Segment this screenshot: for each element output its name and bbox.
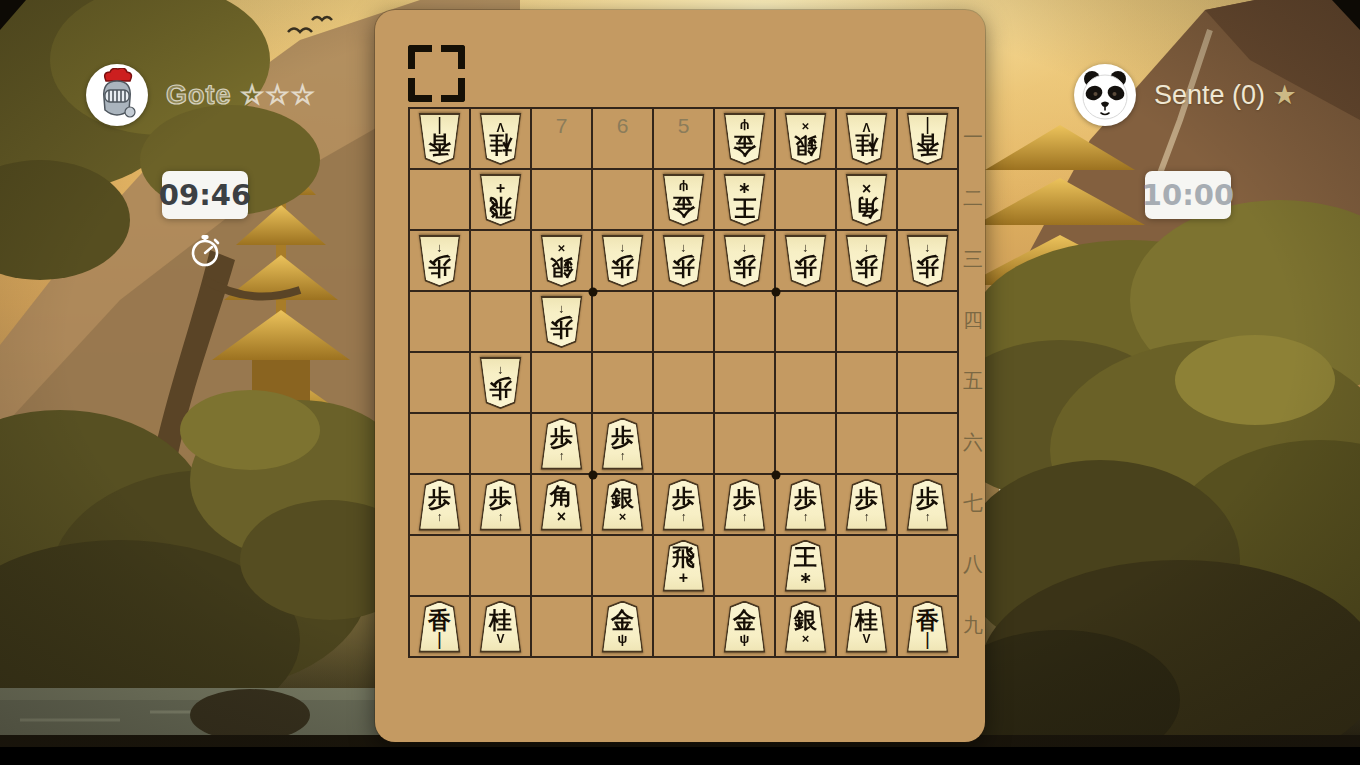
piece-kanji: 歩 (855, 486, 878, 510)
sente-rook-5h[interactable]: 飛+飛+ (660, 540, 707, 592)
square-8g[interactable]: 歩↑歩↑ (471, 475, 532, 536)
square-4c[interactable]: 歩↑歩↑ (715, 231, 776, 292)
piece-kanji: 歩 (550, 425, 573, 449)
piece-move-mark: | (438, 117, 441, 135)
piece-kanji: 歩 (611, 254, 634, 278)
piece-face: 歩↑ (540, 420, 583, 468)
piece-kanji: 金 (611, 608, 634, 632)
square-4e[interactable] (715, 353, 776, 414)
gote-pawn-4c[interactable]: 歩↑歩↑ (721, 235, 768, 287)
sente-king-3h[interactable]: 王∗王∗ (782, 540, 829, 592)
knight-helmet-icon (90, 68, 144, 122)
piece-kanji: 銀 (794, 608, 817, 632)
piece-face: 桂V (845, 603, 888, 651)
piece-move-mark: ↑ (681, 511, 687, 523)
piece-move-mark: ↑ (803, 511, 809, 523)
square-9i[interactable]: 香|香| (410, 597, 471, 658)
gote-player-row: Gote ☆☆☆ (86, 64, 316, 126)
rank-labels: 一二三四五六七八九 (960, 107, 986, 656)
square-9a[interactable]: 香|香| (410, 109, 471, 170)
square-7a[interactable]: 7 (532, 109, 593, 170)
square-9c[interactable]: 歩↑歩↑ (410, 231, 471, 292)
piece-face: 飛+ (662, 542, 705, 590)
piece-move-mark: ↑ (559, 450, 565, 462)
square-9d[interactable] (410, 292, 471, 353)
sente-pawn-9g[interactable]: 歩↑歩↑ (416, 479, 463, 531)
square-4b[interactable]: 王∗王∗ (715, 170, 776, 231)
piece-move-mark: ↑ (925, 242, 931, 254)
square-8b[interactable]: 飛+飛+ (471, 170, 532, 231)
piece-move-mark: V (497, 120, 505, 132)
square-1h[interactable] (898, 536, 959, 597)
piece-face: 歩↑ (723, 481, 766, 529)
square-5b[interactable]: 金ψ金ψ (654, 170, 715, 231)
piece-move-mark: × (558, 242, 566, 255)
square-1a[interactable]: 香|香| (898, 109, 959, 170)
piece-move-mark: × (802, 120, 810, 133)
piece-face: 金ψ (601, 603, 644, 651)
sente-avatar (1074, 64, 1136, 126)
piece-move-mark: ψ (740, 632, 750, 645)
shogi-board: 香|香|桂V桂V765金ψ金ψ銀×銀×桂V桂V香|香|飛+飛+金ψ金ψ王∗王∗角… (408, 107, 959, 658)
piece-move-mark: ∗ (799, 570, 812, 586)
square-9h[interactable] (410, 536, 471, 597)
square-7h[interactable] (532, 536, 593, 597)
gote-silver-7c[interactable]: 銀×銀× (538, 235, 585, 287)
square-5i[interactable] (654, 597, 715, 658)
gote-clock-time: 09:46 (159, 178, 251, 212)
piece-kanji: 銀 (611, 486, 634, 510)
square-5c[interactable]: 歩↑歩↑ (654, 231, 715, 292)
rank-label-4: 四 (960, 290, 986, 351)
piece-move-mark: × (557, 509, 566, 525)
sente-pawn-2g[interactable]: 歩↑歩↑ (843, 479, 890, 531)
sente-player-name: Sente (0) ★ (1154, 79, 1297, 111)
piece-kanji: 歩 (489, 486, 512, 510)
piece-move-mark: ↑ (925, 511, 931, 523)
square-6b[interactable] (593, 170, 654, 231)
fullscreen-icon (441, 45, 465, 69)
piece-kanji: 角 (855, 195, 878, 219)
piece-move-mark: ↑ (437, 511, 443, 523)
piece-kanji: 歩 (916, 254, 939, 278)
sente-clock: 10:00 (1145, 171, 1231, 219)
square-1i[interactable]: 香|香| (898, 597, 959, 658)
piece-kanji: 歩 (794, 486, 817, 510)
gote-pawn-1c[interactable]: 歩↑歩↑ (904, 235, 951, 287)
piece-face: 王∗ (784, 542, 827, 590)
square-5d[interactable] (654, 292, 715, 353)
square-5e[interactable] (654, 353, 715, 414)
piece-move-mark: ↑ (620, 450, 626, 462)
piece-face: 桂V (479, 603, 522, 651)
gote-pawn-2c[interactable]: 歩↑歩↑ (843, 235, 890, 287)
sente-pawn-3g[interactable]: 歩↑歩↑ (782, 479, 829, 531)
square-8h[interactable] (471, 536, 532, 597)
rank-label-3: 三 (960, 229, 986, 290)
sente-player-row: Sente (0) ★ (1074, 64, 1297, 126)
square-9f[interactable] (410, 414, 471, 475)
piece-move-mark: | (438, 630, 441, 648)
rank-label-9: 九 (960, 595, 986, 656)
piece-move-mark: ↑ (437, 242, 443, 254)
square-7g[interactable]: 角×角× (532, 475, 593, 536)
gote-lance-1a[interactable]: 香|香| (904, 113, 951, 165)
square-6i[interactable]: 金ψ金ψ (593, 597, 654, 658)
square-8i[interactable]: 桂V桂V (471, 597, 532, 658)
rank-label-7: 七 (960, 473, 986, 534)
piece-kanji: 歩 (794, 254, 817, 278)
piece-kanji: 歩 (855, 254, 878, 278)
piece-kanji: 桂 (855, 608, 878, 632)
piece-kanji: 王 (794, 545, 817, 569)
gote-pawn-8e[interactable]: 歩↑歩↑ (477, 357, 524, 409)
piece-move-mark: ↑ (803, 242, 809, 254)
piece-kanji: 歩 (611, 425, 634, 449)
square-2a[interactable]: 桂V桂V (837, 109, 898, 170)
piece-move-mark: ↑ (864, 242, 870, 254)
square-1b[interactable] (898, 170, 959, 231)
square-4d[interactable] (715, 292, 776, 353)
file-label-5: 5 (678, 114, 690, 138)
square-8f[interactable] (471, 414, 532, 475)
piece-kanji: 桂 (855, 132, 878, 156)
sente-pawn-6f[interactable]: 歩↑歩↑ (599, 418, 646, 470)
piece-face: 香| (418, 603, 461, 651)
piece-move-mark: ψ (740, 120, 750, 133)
piece-face: 歩↑ (845, 481, 888, 529)
piece-move-mark: ↑ (559, 303, 565, 315)
square-1g[interactable]: 歩↑歩↑ (898, 475, 959, 536)
square-8d[interactable] (471, 292, 532, 353)
sente-gold-6i[interactable]: 金ψ金ψ (599, 601, 646, 653)
square-2e[interactable] (837, 353, 898, 414)
square-1f[interactable] (898, 414, 959, 475)
piece-face: 角× (540, 481, 583, 529)
piece-move-mark: + (496, 179, 505, 195)
star-point (589, 471, 598, 480)
square-5h[interactable]: 飛+飛+ (654, 536, 715, 597)
piece-move-mark: × (619, 510, 627, 523)
piece-kanji: 銀 (550, 255, 573, 279)
gote-pawn-6c[interactable]: 歩↑歩↑ (599, 235, 646, 287)
square-7i[interactable] (532, 597, 593, 658)
square-7d[interactable]: 歩↑歩↑ (532, 292, 593, 353)
gote-gold-5b[interactable]: 金ψ金ψ (660, 174, 707, 226)
piece-face: 歩↑ (906, 481, 949, 529)
bottom-black-bar (0, 747, 1360, 765)
piece-kanji: 金 (672, 194, 695, 218)
gote-rook-8b[interactable]: 飛+飛+ (477, 174, 524, 226)
sente-lance-1i[interactable]: 香|香| (904, 601, 951, 653)
square-1d[interactable] (898, 292, 959, 353)
square-3c[interactable]: 歩↑歩↑ (776, 231, 837, 292)
square-5f[interactable] (654, 414, 715, 475)
piece-face: 歩↑ (662, 481, 705, 529)
rank-label-8: 八 (960, 534, 986, 595)
square-2d[interactable] (837, 292, 898, 353)
square-6h[interactable] (593, 536, 654, 597)
square-6a[interactable]: 6 (593, 109, 654, 170)
piece-move-mark: ∗ (738, 179, 751, 195)
gote-silver-3a[interactable]: 銀×銀× (782, 113, 829, 165)
piece-move-mark: V (863, 120, 871, 132)
piece-kanji: 歩 (733, 486, 756, 510)
gote-pawn-7d[interactable]: 歩↑歩↑ (538, 296, 585, 348)
square-3a[interactable]: 銀×銀× (776, 109, 837, 170)
piece-move-mark: | (926, 117, 929, 135)
square-6g[interactable]: 銀×銀× (593, 475, 654, 536)
sente-pawn-7f[interactable]: 歩↑歩↑ (538, 418, 585, 470)
square-7f[interactable]: 歩↑歩↑ (532, 414, 593, 475)
square-4i[interactable]: 金ψ金ψ (715, 597, 776, 658)
square-2b[interactable]: 角×角× (837, 170, 898, 231)
square-2h[interactable] (837, 536, 898, 597)
square-6f[interactable]: 歩↑歩↑ (593, 414, 654, 475)
piece-move-mark: ↑ (498, 364, 504, 376)
piece-move-mark: ψ (618, 632, 628, 645)
gote-name-text: Gote (166, 80, 232, 110)
piece-kanji: 金 (733, 608, 756, 632)
sente-pawn-1g[interactable]: 歩↑歩↑ (904, 479, 951, 531)
gote-king-4b[interactable]: 王∗王∗ (721, 174, 768, 226)
gote-lance-9a[interactable]: 香|香| (416, 113, 463, 165)
piece-kanji: 歩 (550, 315, 573, 339)
fullscreen-icon (408, 78, 432, 102)
square-8a[interactable]: 桂V桂V (471, 109, 532, 170)
sente-lance-9i[interactable]: 香|香| (416, 601, 463, 653)
square-1c[interactable]: 歩↑歩↑ (898, 231, 959, 292)
turn-stopwatch-icon (187, 232, 223, 268)
gote-pawn-9c[interactable]: 歩↑歩↑ (416, 235, 463, 287)
square-5a[interactable]: 5 (654, 109, 715, 170)
piece-kanji: 飛 (672, 545, 695, 569)
piece-kanji: 銀 (794, 133, 817, 157)
piece-move-mark: ↑ (681, 242, 687, 254)
rank-label-1: 一 (960, 107, 986, 168)
square-9g[interactable]: 歩↑歩↑ (410, 475, 471, 536)
sente-pawn-8g[interactable]: 歩↑歩↑ (477, 479, 524, 531)
piece-kanji: 金 (733, 133, 756, 157)
star-point (589, 288, 598, 297)
sente-silver-6g[interactable]: 銀×銀× (599, 479, 646, 531)
sente-rating-star: ★ (1273, 80, 1297, 110)
piece-move-mark: | (926, 630, 929, 648)
square-1e[interactable] (898, 353, 959, 414)
square-2c[interactable]: 歩↑歩↑ (837, 231, 898, 292)
sente-gold-4i[interactable]: 金ψ金ψ (721, 601, 768, 653)
gote-clock: 09:46 (162, 171, 248, 219)
sente-silver-3i[interactable]: 銀×銀× (782, 601, 829, 653)
piece-kanji: 王 (733, 195, 756, 219)
piece-move-mark: ↑ (620, 242, 626, 254)
square-6e[interactable] (593, 353, 654, 414)
square-4g[interactable]: 歩↑歩↑ (715, 475, 776, 536)
piece-move-mark: × (802, 632, 810, 645)
star-point (772, 288, 781, 297)
square-3h[interactable]: 王∗王∗ (776, 536, 837, 597)
gote-avatar (86, 64, 148, 126)
gote-gold-4a[interactable]: 金ψ金ψ (721, 113, 768, 165)
gote-pawn-3c[interactable]: 歩↑歩↑ (782, 235, 829, 287)
piece-kanji: 桂 (489, 132, 512, 156)
piece-move-mark: ↑ (864, 511, 870, 523)
square-7e[interactable] (532, 353, 593, 414)
piece-kanji: 歩 (428, 486, 451, 510)
square-4f[interactable] (715, 414, 776, 475)
piece-move-mark: + (679, 570, 688, 586)
piece-move-mark: × (862, 179, 871, 195)
piece-kanji: 歩 (916, 486, 939, 510)
sente-pawn-5g[interactable]: 歩↑歩↑ (660, 479, 707, 531)
rank-label-6: 六 (960, 412, 986, 473)
piece-move-mark: V (862, 633, 870, 645)
piece-kanji: 歩 (428, 254, 451, 278)
square-3f[interactable] (776, 414, 837, 475)
square-9e[interactable] (410, 353, 471, 414)
gote-pawn-5c[interactable]: 歩↑歩↑ (660, 235, 707, 287)
square-2f[interactable] (837, 414, 898, 475)
piece-face: 歩↑ (479, 481, 522, 529)
square-7c[interactable]: 銀×銀× (532, 231, 593, 292)
piece-move-mark: ↑ (742, 511, 748, 523)
sente-bishop-7g[interactable]: 角×角× (538, 479, 585, 531)
square-3e[interactable] (776, 353, 837, 414)
square-2i[interactable]: 桂V桂V (837, 597, 898, 658)
piece-kanji: 歩 (672, 486, 695, 510)
board-panel: 香|香|桂V桂V765金ψ金ψ銀×銀×桂V桂V香|香|飛+飛+金ψ金ψ王∗王∗角… (375, 10, 985, 742)
sente-name-text: Sente (0) (1154, 80, 1265, 110)
piece-move-mark: ψ (679, 181, 689, 194)
piece-kanji: 歩 (489, 376, 512, 400)
square-6c[interactable]: 歩↑歩↑ (593, 231, 654, 292)
piece-face: 金ψ (723, 603, 766, 651)
fullscreen-button[interactable] (408, 45, 465, 102)
square-8c[interactable] (471, 231, 532, 292)
piece-kanji: 桂 (489, 608, 512, 632)
gote-bishop-2b[interactable]: 角×角× (843, 174, 890, 226)
square-3d[interactable] (776, 292, 837, 353)
piece-face: 銀× (784, 603, 827, 651)
square-2g[interactable]: 歩↑歩↑ (837, 475, 898, 536)
panda-icon (1077, 67, 1133, 123)
square-8e[interactable]: 歩↑歩↑ (471, 353, 532, 414)
sente-knight-8i[interactable]: 桂V桂V (477, 601, 524, 653)
piece-move-mark: ↑ (498, 511, 504, 523)
fullscreen-icon (408, 45, 432, 69)
square-3g[interactable]: 歩↑歩↑ (776, 475, 837, 536)
file-label-7: 7 (556, 114, 568, 138)
square-9b[interactable] (410, 170, 471, 231)
piece-face: 歩↑ (418, 481, 461, 529)
piece-kanji: 角 (550, 484, 573, 508)
piece-face: 歩↑ (784, 481, 827, 529)
rank-label-2: 二 (960, 168, 986, 229)
piece-kanji: 歩 (672, 254, 695, 278)
square-3b[interactable] (776, 170, 837, 231)
sente-pawn-4g[interactable]: 歩↑歩↑ (721, 479, 768, 531)
gote-knight-8a[interactable]: 桂V桂V (477, 113, 524, 165)
gote-player-name: Gote ☆☆☆ (166, 79, 316, 111)
piece-face: 歩↑ (601, 420, 644, 468)
piece-kanji: 歩 (733, 254, 756, 278)
piece-face: 香| (906, 603, 949, 651)
square-4a[interactable]: 金ψ金ψ (715, 109, 776, 170)
square-6d[interactable] (593, 292, 654, 353)
piece-kanji: 飛 (489, 195, 512, 219)
star-point (772, 471, 781, 480)
piece-face: 銀× (601, 481, 644, 529)
rank-label-5: 五 (960, 351, 986, 412)
piece-move-mark: ↑ (742, 242, 748, 254)
gote-rating-stars: ☆☆☆ (240, 80, 316, 110)
square-4h[interactable] (715, 536, 776, 597)
sente-clock-time: 10:00 (1142, 178, 1234, 212)
fullscreen-icon (441, 78, 465, 102)
file-label-6: 6 (617, 114, 629, 138)
square-5g[interactable]: 歩↑歩↑ (654, 475, 715, 536)
piece-move-mark: V (496, 633, 504, 645)
square-3i[interactable]: 銀×銀× (776, 597, 837, 658)
square-7b[interactable] (532, 170, 593, 231)
gote-knight-2a[interactable]: 桂V桂V (843, 113, 890, 165)
sente-knight-2i[interactable]: 桂V桂V (843, 601, 890, 653)
